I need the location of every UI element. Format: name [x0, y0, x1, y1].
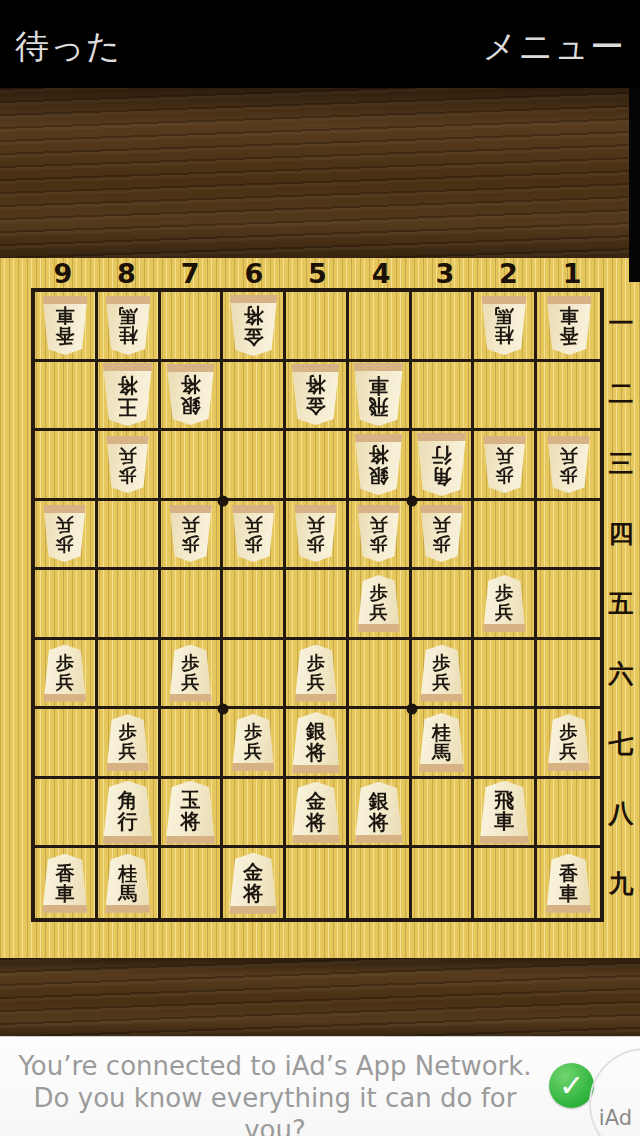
shogi-piece-sente-香車[interactable]: 香車	[40, 854, 90, 913]
hoshi-dot	[406, 495, 417, 506]
piece-kanji: 角	[432, 466, 452, 487]
piece-kanji: 歩	[244, 535, 262, 554]
board-cell-92[interactable]	[35, 362, 98, 432]
board-cell-32[interactable]	[412, 362, 475, 432]
piece-kanji: 車	[55, 883, 74, 903]
board-cell-43[interactable]: 銀将	[349, 431, 412, 501]
board-cell-22[interactable]	[474, 362, 537, 432]
shogi-piece-sente-歩兵[interactable]: 歩兵	[418, 645, 465, 702]
board-cell-46[interactable]	[349, 640, 412, 710]
board-grid-frame: 香車桂馬金将桂馬香車王将銀将金将飛車歩兵銀将角行歩兵歩兵歩兵歩兵歩兵歩兵歩兵歩兵…	[31, 288, 604, 922]
piece-kanji: 馬	[495, 306, 514, 326]
shogi-piece-gote-歩兵[interactable]: 歩兵	[104, 436, 151, 493]
board-cell-87[interactable]: 歩兵	[98, 709, 161, 779]
piece-kanji: 香	[559, 326, 578, 346]
screen-edge-shadow	[629, 88, 640, 282]
board-cell-62[interactable]	[223, 362, 286, 432]
shogi-piece-gote-角行[interactable]: 角行	[414, 433, 469, 496]
board-cell-66[interactable]	[223, 640, 286, 710]
ad-banner-line1: You’re connected to iAd’s App Network.	[5, 1050, 545, 1082]
wood-background-bottom	[0, 958, 640, 1036]
board-cell-14[interactable]	[537, 501, 600, 571]
piece-kanji: 金	[306, 791, 326, 812]
rank-label-4: 四	[602, 498, 640, 568]
board-cell-74[interactable]: 歩兵	[161, 501, 224, 571]
board-cell-16[interactable]	[537, 640, 600, 710]
shogi-piece-gote-香車[interactable]: 香車	[40, 296, 90, 355]
board-cell-37[interactable]: 桂馬	[412, 709, 475, 779]
piece-kanji: 桂	[495, 326, 514, 346]
piece-kanji: 兵	[244, 516, 262, 535]
piece-kanji: 歩	[119, 722, 137, 741]
piece-kanji: 兵	[244, 741, 262, 760]
piece-kanji: 将	[243, 883, 263, 904]
piece-kanji: 車	[494, 811, 514, 832]
shogi-piece-gote-歩兵[interactable]: 歩兵	[418, 505, 465, 562]
piece-kanji: 歩	[370, 535, 388, 554]
piece-kanji: 歩	[307, 535, 325, 554]
board-cell-36[interactable]: 歩兵	[412, 640, 475, 710]
board-cell-13[interactable]: 歩兵	[537, 431, 600, 501]
file-label-5: 5	[286, 258, 350, 289]
piece-kanji: 兵	[495, 602, 513, 621]
board-cell-31[interactable]	[412, 292, 475, 362]
board-cell-49[interactable]	[349, 848, 412, 918]
piece-kanji: 兵	[495, 447, 513, 466]
shogi-piece-gote-飛車[interactable]: 飛車	[351, 363, 406, 426]
file-label-3: 3	[413, 258, 477, 289]
file-label-1: 1	[540, 258, 604, 289]
piece-kanji: 歩	[181, 653, 199, 672]
piece-kanji: 将	[243, 305, 263, 326]
piece-kanji: 香	[55, 326, 74, 346]
piece-kanji: 歩	[307, 653, 325, 672]
piece-kanji: 兵	[560, 447, 578, 466]
board-cell-35[interactable]	[412, 570, 475, 640]
board-cell-78[interactable]: 玉将	[161, 779, 224, 849]
shogi-piece-sente-歩兵[interactable]: 歩兵	[545, 714, 592, 771]
board-cell-29[interactable]	[474, 848, 537, 918]
piece-kanji: 香	[55, 863, 74, 883]
board-cell-61[interactable]: 金将	[223, 292, 286, 362]
board-cell-45[interactable]: 歩兵	[349, 570, 412, 640]
piece-kanji: 歩	[495, 466, 513, 485]
board-cell-85[interactable]	[98, 570, 161, 640]
board-cell-54[interactable]: 歩兵	[286, 501, 349, 571]
piece-kanji: 兵	[560, 741, 578, 760]
piece-kanji: 馬	[432, 742, 451, 762]
piece-kanji: 桂	[118, 863, 137, 883]
piece-kanji: 香	[559, 863, 578, 883]
rank-label-3: 三	[602, 428, 640, 498]
board-cell-17[interactable]: 歩兵	[537, 709, 600, 779]
piece-kanji: 兵	[433, 672, 451, 691]
piece-kanji: 歩	[495, 583, 513, 602]
board-cell-26[interactable]	[474, 640, 537, 710]
shogi-piece-gote-歩兵[interactable]: 歩兵	[355, 505, 402, 562]
board-cell-38[interactable]	[412, 779, 475, 849]
rank-label-5: 五	[602, 568, 640, 638]
piece-kanji: 将	[306, 812, 326, 833]
shogi-piece-sente-香車[interactable]: 香車	[544, 854, 594, 913]
piece-kanji: 歩	[560, 466, 578, 485]
board-cell-11[interactable]: 香車	[537, 292, 600, 362]
piece-kanji: 歩	[560, 722, 578, 741]
piece-kanji: 兵	[370, 516, 388, 535]
ad-banner[interactable]: You’re connected to iAd’s App Network. D…	[0, 1036, 640, 1136]
piece-kanji: 車	[559, 883, 578, 903]
board-cell-63[interactable]	[223, 431, 286, 501]
shogi-piece-sente-歩兵[interactable]: 歩兵	[292, 645, 339, 702]
hoshi-dot	[406, 704, 417, 715]
piece-kanji: 兵	[370, 602, 388, 621]
shogi-piece-sente-金将[interactable]: 金将	[289, 782, 342, 843]
ad-banner-line2: Do you know everything it can do for you…	[5, 1082, 545, 1136]
file-label-7: 7	[158, 258, 222, 289]
board-cell-76[interactable]: 歩兵	[161, 640, 224, 710]
shogi-piece-sente-桂馬[interactable]: 桂馬	[417, 713, 467, 772]
shogi-piece-sente-金将[interactable]: 金将	[227, 853, 280, 914]
board-cell-82[interactable]: 王将	[98, 362, 161, 432]
board-cell-72[interactable]: 銀将	[161, 362, 224, 432]
piece-kanji: 将	[306, 742, 326, 763]
board-cell-34[interactable]: 歩兵	[412, 501, 475, 571]
board-cell-53[interactable]	[286, 431, 349, 501]
board-cell-55[interactable]	[286, 570, 349, 640]
hoshi-dot	[218, 495, 229, 506]
shogi-piece-sente-飛車[interactable]: 飛車	[477, 781, 532, 844]
shogi-piece-gote-王将[interactable]: 王将	[100, 363, 155, 426]
iad-logo: iAd	[599, 1108, 632, 1129]
piece-kanji: 歩	[56, 535, 74, 554]
rank-label-8: 八	[602, 778, 640, 848]
board-cell-96[interactable]: 歩兵	[35, 640, 98, 710]
hoshi-dot	[218, 704, 229, 715]
board-cell-51[interactable]	[286, 292, 349, 362]
piece-kanji: 桂	[432, 722, 451, 742]
shogi-piece-sente-桂馬[interactable]: 桂馬	[103, 854, 153, 913]
piece-kanji: 歩	[56, 653, 74, 672]
checkmark-icon: ✓	[549, 1063, 594, 1108]
piece-kanji: 銀	[180, 395, 200, 416]
board-cell-19[interactable]: 香車	[537, 848, 600, 918]
board-cell-15[interactable]	[537, 570, 600, 640]
board-cell-21[interactable]: 桂馬	[474, 292, 537, 362]
board-cell-94[interactable]: 歩兵	[35, 501, 98, 571]
piece-kanji: 車	[559, 306, 578, 326]
board-grid: 香車桂馬金将桂馬香車王将銀将金将飛車歩兵銀将角行歩兵歩兵歩兵歩兵歩兵歩兵歩兵歩兵…	[35, 292, 600, 918]
shogi-piece-sente-歩兵[interactable]: 歩兵	[104, 714, 151, 771]
board-cell-68[interactable]	[223, 779, 286, 849]
board-cell-42[interactable]: 飛車	[349, 362, 412, 432]
board-cell-28[interactable]: 飛車	[474, 779, 537, 849]
shogi-piece-gote-金将[interactable]: 金将	[289, 364, 342, 425]
board-cell-64[interactable]: 歩兵	[223, 501, 286, 571]
piece-kanji: 馬	[118, 883, 137, 903]
board-cell-25[interactable]: 歩兵	[474, 570, 537, 640]
ad-banner-text: You’re connected to iAd’s App Network. D…	[5, 1050, 545, 1136]
board-cell-41[interactable]	[349, 292, 412, 362]
board-cell-33[interactable]: 角行	[412, 431, 475, 501]
board-cell-84[interactable]	[98, 501, 161, 571]
board-cell-99[interactable]: 香車	[35, 848, 98, 918]
shogi-piece-gote-歩兵[interactable]: 歩兵	[481, 436, 528, 493]
piece-kanji: 行	[118, 811, 138, 832]
shogi-piece-sente-銀将[interactable]: 銀将	[289, 712, 342, 773]
board-cell-65[interactable]	[223, 570, 286, 640]
rank-label-7: 七	[602, 708, 640, 778]
board-cell-48[interactable]: 銀将	[349, 779, 412, 849]
board-cell-97[interactable]	[35, 709, 98, 779]
piece-kanji: 金	[243, 326, 263, 347]
piece-kanji: 馬	[118, 306, 137, 326]
piece-kanji: 兵	[119, 447, 137, 466]
file-label-8: 8	[95, 258, 159, 289]
piece-kanji: 銀	[369, 465, 389, 486]
shogi-piece-gote-香車[interactable]: 香車	[544, 296, 594, 355]
piece-kanji: 玉	[180, 790, 200, 811]
piece-kanji: 角	[118, 790, 138, 811]
board-cell-86[interactable]	[98, 640, 161, 710]
shogi-piece-sente-歩兵[interactable]: 歩兵	[230, 714, 277, 771]
menu-button[interactable]: メニュー	[483, 24, 625, 70]
piece-kanji: 兵	[56, 516, 74, 535]
board-cell-77[interactable]	[161, 709, 224, 779]
board-cell-73[interactable]	[161, 431, 224, 501]
piece-kanji: 兵	[307, 672, 325, 691]
board-cell-83[interactable]: 歩兵	[98, 431, 161, 501]
shogi-piece-sente-玉将[interactable]: 玉将	[163, 781, 218, 844]
piece-kanji: 将	[118, 375, 138, 396]
piece-kanji: 将	[180, 374, 200, 395]
piece-kanji: 銀	[306, 721, 326, 742]
piece-kanji: 歩	[433, 535, 451, 554]
board-cell-23[interactable]: 歩兵	[474, 431, 537, 501]
board-cell-39[interactable]	[412, 848, 475, 918]
shogi-piece-sente-角行[interactable]: 角行	[100, 781, 155, 844]
board-cell-44[interactable]: 歩兵	[349, 501, 412, 571]
piece-kanji: 兵	[181, 516, 199, 535]
piece-kanji: 金	[306, 395, 326, 416]
shogi-piece-sente-歩兵[interactable]: 歩兵	[167, 645, 214, 702]
board-cell-24[interactable]	[474, 501, 537, 571]
piece-kanji: 歩	[433, 653, 451, 672]
wood-background-top	[0, 88, 640, 258]
nav-bar: 待った メニュー	[0, 0, 640, 88]
shogi-piece-gote-歩兵[interactable]: 歩兵	[545, 436, 592, 493]
shogi-piece-gote-歩兵[interactable]: 歩兵	[41, 505, 88, 562]
piece-kanji: 歩	[181, 535, 199, 554]
board-cell-52[interactable]: 金将	[286, 362, 349, 432]
piece-kanji: 兵	[56, 672, 74, 691]
piece-kanji: 兵	[307, 516, 325, 535]
shogi-piece-gote-桂馬[interactable]: 桂馬	[103, 296, 153, 355]
file-label-9: 9	[31, 258, 95, 289]
shogi-piece-sente-銀将[interactable]: 銀将	[352, 782, 405, 843]
board-cell-91[interactable]: 香車	[35, 292, 98, 362]
rank-label-9: 九	[602, 848, 640, 918]
piece-kanji: 王	[118, 396, 138, 417]
board-cell-67[interactable]: 歩兵	[223, 709, 286, 779]
piece-kanji: 銀	[369, 791, 389, 812]
shogi-piece-sente-歩兵[interactable]: 歩兵	[355, 575, 402, 632]
shogi-piece-gote-歩兵[interactable]: 歩兵	[167, 505, 214, 562]
piece-kanji: 行	[432, 445, 452, 466]
piece-kanji: 将	[369, 812, 389, 833]
piece-kanji: 金	[243, 862, 263, 883]
undo-move-button[interactable]: 待った	[15, 24, 122, 70]
board-cell-88[interactable]: 角行	[98, 779, 161, 849]
piece-kanji: 将	[369, 444, 389, 465]
board-cell-57[interactable]: 銀将	[286, 709, 349, 779]
piece-kanji: 桂	[118, 326, 137, 346]
board-cell-12[interactable]	[537, 362, 600, 432]
shogi-piece-gote-歩兵[interactable]: 歩兵	[230, 505, 277, 562]
board-cell-71[interactable]	[161, 292, 224, 362]
board-cell-89[interactable]: 桂馬	[98, 848, 161, 918]
piece-kanji: 兵	[433, 516, 451, 535]
shogi-app-screen: { "game": "shogi", "nav": { "back_button…	[0, 0, 640, 1136]
shogi-board: 987654321 一二三四五六七八九 香車桂馬金将桂馬香車王将銀将金将飛車歩兵…	[0, 258, 640, 958]
board-cell-27[interactable]	[474, 709, 537, 779]
piece-kanji: 車	[369, 375, 389, 396]
board-cell-93[interactable]	[35, 431, 98, 501]
rank-labels: 一二三四五六七八九	[602, 288, 640, 918]
file-label-2: 2	[477, 258, 541, 289]
board-cell-69[interactable]: 金将	[223, 848, 286, 918]
board-cell-47[interactable]	[349, 709, 412, 779]
board-cell-18[interactable]	[537, 779, 600, 849]
rank-label-2: 二	[602, 358, 640, 428]
board-cell-59[interactable]	[286, 848, 349, 918]
file-labels: 987654321	[31, 258, 604, 288]
rank-label-1: 一	[602, 288, 640, 358]
board-cell-95[interactable]	[35, 570, 98, 640]
board-cell-79[interactable]	[161, 848, 224, 918]
piece-kanji: 歩	[119, 466, 137, 485]
piece-kanji: 兵	[119, 741, 137, 760]
piece-kanji: 歩	[244, 722, 262, 741]
rank-label-6: 六	[602, 638, 640, 708]
piece-kanji: 将	[180, 811, 200, 832]
shogi-piece-gote-銀将[interactable]: 銀将	[352, 434, 405, 495]
shogi-piece-gote-歩兵[interactable]: 歩兵	[292, 505, 339, 562]
piece-kanji: 車	[55, 306, 74, 326]
piece-kanji: 飛	[369, 396, 389, 417]
board-cell-98[interactable]	[35, 779, 98, 849]
shogi-piece-gote-金将[interactable]: 金将	[227, 295, 280, 356]
shogi-piece-gote-桂馬[interactable]: 桂馬	[479, 296, 529, 355]
board-cell-75[interactable]	[161, 570, 224, 640]
shogi-piece-sente-歩兵[interactable]: 歩兵	[41, 645, 88, 702]
piece-kanji: 飛	[494, 790, 514, 811]
shogi-piece-sente-歩兵[interactable]: 歩兵	[481, 575, 528, 632]
board-cell-81[interactable]: 桂馬	[98, 292, 161, 362]
file-label-6: 6	[222, 258, 286, 289]
file-label-4: 4	[349, 258, 413, 289]
piece-kanji: 歩	[370, 583, 388, 602]
board-cell-58[interactable]: 金将	[286, 779, 349, 849]
piece-kanji: 兵	[181, 672, 199, 691]
shogi-piece-gote-銀将[interactable]: 銀将	[164, 364, 217, 425]
board-cell-56[interactable]: 歩兵	[286, 640, 349, 710]
piece-kanji: 将	[306, 374, 326, 395]
